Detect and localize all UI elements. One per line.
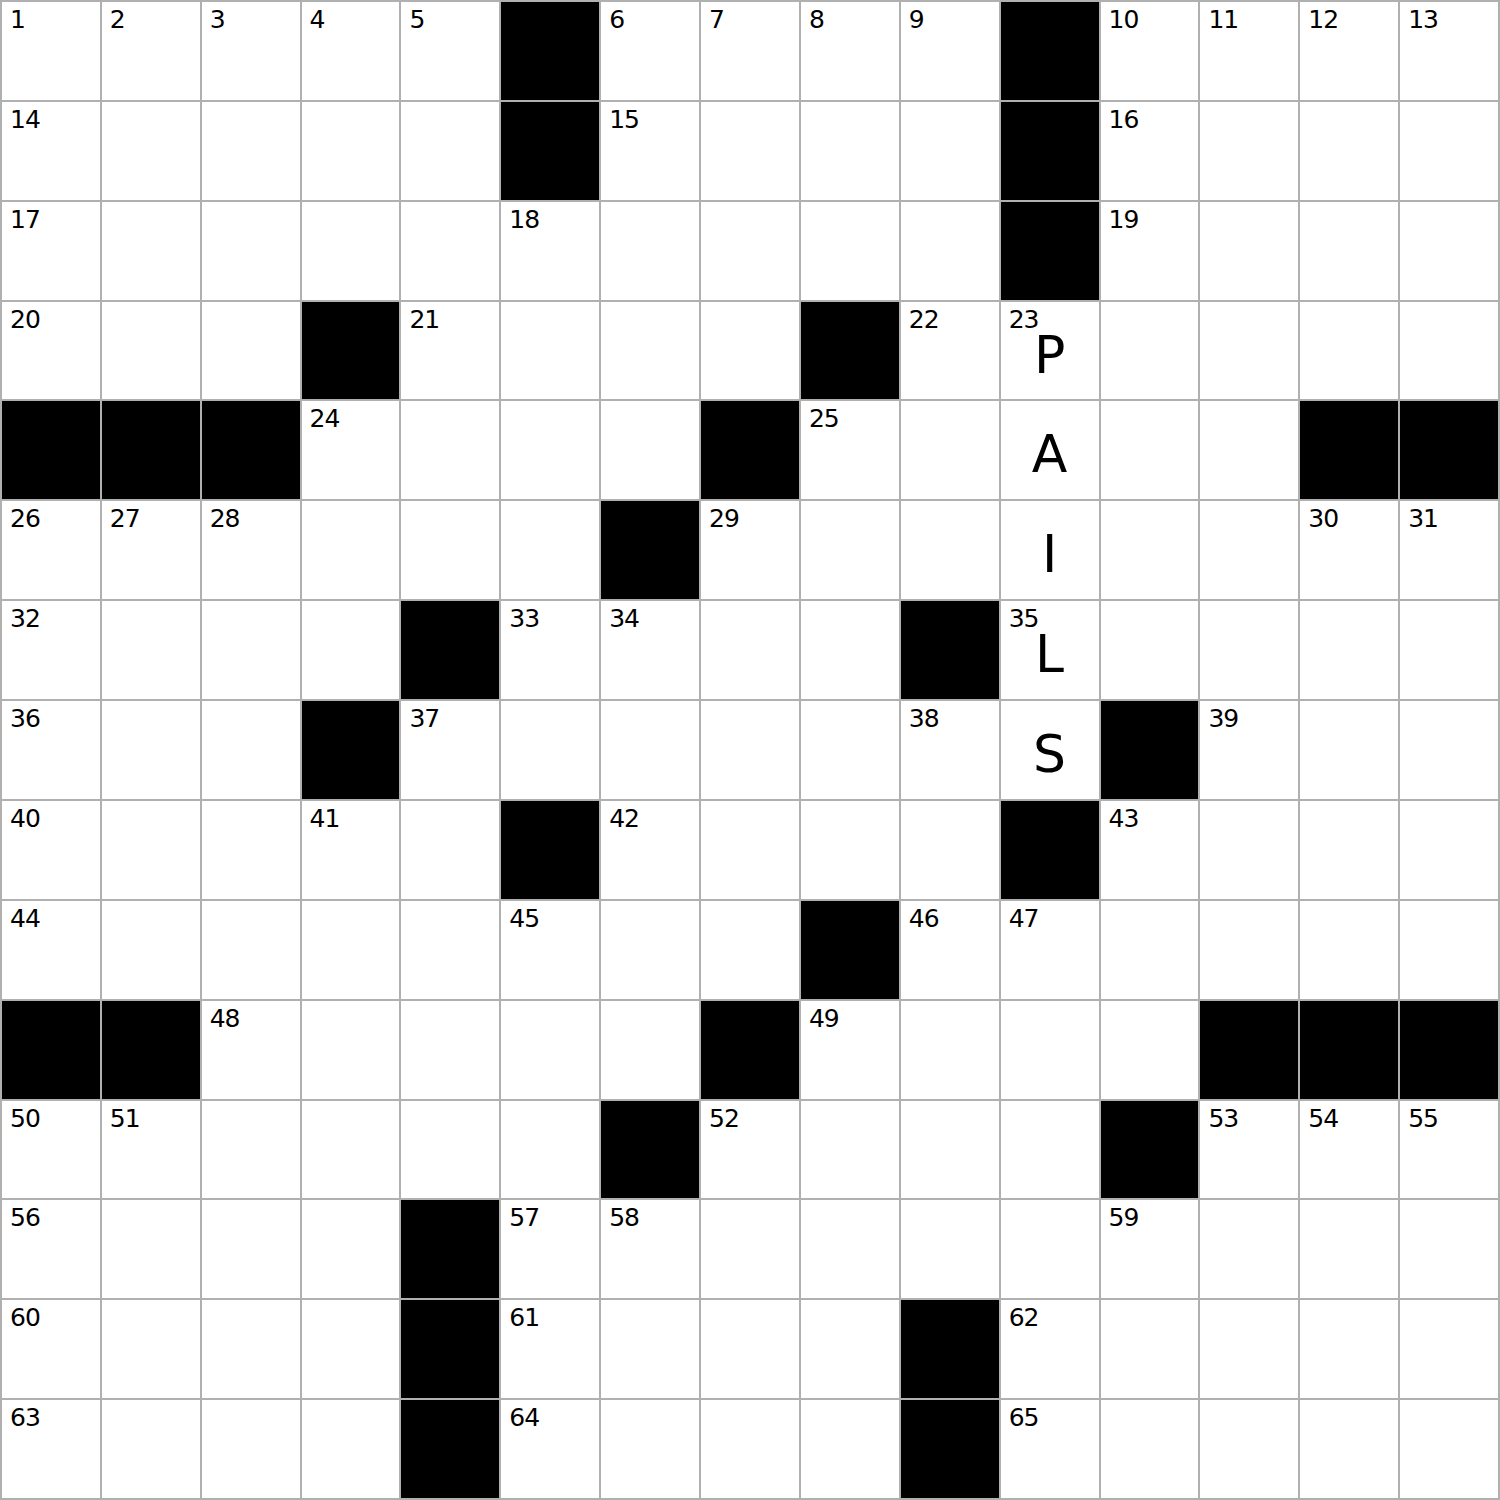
cell-r11c2[interactable] [202, 1101, 302, 1201]
cell-r6c11[interactable] [1101, 601, 1201, 701]
clue-number: 61 [509, 1304, 539, 1332]
cell-r3c9[interactable]: 22 [901, 302, 1001, 402]
clue-number: 19 [1109, 206, 1139, 234]
cell-r2c12[interactable] [1200, 202, 1300, 302]
black-square-r4c0 [2, 401, 102, 501]
clue-number: 50 [10, 1105, 40, 1133]
clue-number: 53 [1208, 1105, 1238, 1133]
cell-letter: I [1001, 501, 1099, 599]
black-square-r7c11 [1101, 701, 1201, 801]
clue-number: 43 [1109, 805, 1139, 833]
cell-r14c8[interactable] [801, 1400, 901, 1500]
clue-number: 40 [10, 805, 40, 833]
cell-r5c14[interactable]: 31 [1400, 501, 1500, 601]
cell-r5c12[interactable] [1200, 501, 1300, 601]
cell-r5c8[interactable] [801, 501, 901, 601]
cell-r14c13[interactable] [1300, 1400, 1400, 1500]
clue-number: 24 [310, 405, 340, 433]
cell-r3c12[interactable] [1200, 302, 1300, 402]
cell-r11c5[interactable] [501, 1101, 601, 1201]
black-square-r2c10 [1001, 202, 1101, 302]
cell-r0c9[interactable]: 9 [901, 2, 1001, 102]
clue-number: 39 [1208, 705, 1238, 733]
cell-r6c0[interactable]: 32 [2, 601, 102, 701]
clue-number: 47 [1009, 905, 1039, 933]
cell-r14c11[interactable] [1101, 1400, 1201, 1500]
cell-r0c11[interactable]: 10 [1101, 2, 1201, 102]
cell-r10c11[interactable] [1101, 1001, 1201, 1101]
cell-r13c7[interactable] [701, 1300, 801, 1400]
cell-r9c6[interactable] [601, 901, 701, 1001]
cell-r2c3[interactable] [302, 202, 402, 302]
cell-r11c12[interactable]: 53 [1200, 1101, 1300, 1201]
cell-r5c9[interactable] [901, 501, 1001, 601]
cell-r1c14[interactable] [1400, 102, 1500, 202]
cell-r2c8[interactable] [801, 202, 901, 302]
cell-r1c8[interactable] [801, 102, 901, 202]
clue-number: 3 [210, 6, 225, 34]
cell-r1c4[interactable] [401, 102, 501, 202]
clue-number: 56 [10, 1204, 40, 1232]
cell-r0c0[interactable]: 1 [2, 2, 102, 102]
cell-r6c12[interactable] [1200, 601, 1300, 701]
clue-number: 34 [609, 605, 639, 633]
cell-r11c14[interactable]: 55 [1400, 1101, 1500, 1201]
cell-r14c10[interactable]: 65 [1001, 1400, 1101, 1500]
black-square-r4c14 [1400, 401, 1500, 501]
cell-r9c10[interactable]: 47 [1001, 901, 1101, 1001]
cell-r11c7[interactable]: 52 [701, 1101, 801, 1201]
cell-r4c5[interactable] [501, 401, 601, 501]
clue-number: 65 [1009, 1404, 1039, 1432]
cell-r3c1[interactable] [102, 302, 202, 402]
cell-r0c4[interactable]: 5 [401, 2, 501, 102]
black-square-r14c4 [401, 1400, 501, 1500]
cell-r12c5[interactable]: 57 [501, 1200, 601, 1300]
cell-r4c4[interactable] [401, 401, 501, 501]
clue-number: 2 [110, 6, 125, 34]
black-square-r9c8 [801, 901, 901, 1001]
cell-r9c9[interactable]: 46 [901, 901, 1001, 1001]
cell-r2c1[interactable] [102, 202, 202, 302]
cell-r8c13[interactable] [1300, 801, 1400, 901]
black-square-r3c8 [801, 302, 901, 402]
cell-r9c13[interactable] [1300, 901, 1400, 1001]
cell-r8c0[interactable]: 40 [2, 801, 102, 901]
cell-r5c3[interactable] [302, 501, 402, 601]
clue-number: 22 [909, 306, 939, 334]
cell-r5c5[interactable] [501, 501, 601, 601]
cell-r5c2[interactable]: 28 [202, 501, 302, 601]
clue-number: 29 [709, 505, 739, 533]
cell-r7c0[interactable]: 36 [2, 701, 102, 801]
clue-number: 12 [1308, 6, 1338, 34]
clue-number: 51 [110, 1105, 140, 1133]
clue-number: 4 [310, 6, 325, 34]
clue-number: 38 [909, 705, 939, 733]
black-square-r3c3 [302, 302, 402, 402]
cell-r9c2[interactable] [202, 901, 302, 1001]
cell-r1c12[interactable] [1200, 102, 1300, 202]
cell-r8c7[interactable] [701, 801, 801, 901]
cell-r5c1[interactable]: 27 [102, 501, 202, 601]
clue-number: 32 [10, 605, 40, 633]
cell-r13c0[interactable]: 60 [2, 1300, 102, 1400]
cell-r7c14[interactable] [1400, 701, 1500, 801]
cell-r9c12[interactable] [1200, 901, 1300, 1001]
clue-number: 62 [1009, 1304, 1039, 1332]
cell-r3c10[interactable]: 23P [1001, 302, 1101, 402]
cell-r2c4[interactable] [401, 202, 501, 302]
clue-number: 5 [409, 6, 424, 34]
cell-r1c9[interactable] [901, 102, 1001, 202]
cell-letter: S [1001, 701, 1099, 799]
black-square-r4c13 [1300, 401, 1400, 501]
cell-r9c14[interactable] [1400, 901, 1500, 1001]
cell-r13c14[interactable] [1400, 1300, 1500, 1400]
cell-r4c6[interactable] [601, 401, 701, 501]
clue-number: 33 [509, 605, 539, 633]
cell-r4c3[interactable]: 24 [302, 401, 402, 501]
cell-r5c4[interactable] [401, 501, 501, 601]
black-square-r4c2 [202, 401, 302, 501]
cell-r12c3[interactable] [302, 1200, 402, 1300]
clue-number: 20 [10, 306, 40, 334]
cell-r12c0[interactable]: 56 [2, 1200, 102, 1300]
cell-r13c13[interactable] [1300, 1300, 1400, 1400]
cell-r11c0[interactable]: 50 [2, 1101, 102, 1201]
cell-r2c11[interactable]: 19 [1101, 202, 1201, 302]
cell-r3c14[interactable] [1400, 302, 1500, 402]
cell-r8c9[interactable] [901, 801, 1001, 901]
crossword-grid: 1234567891011121314151617181920212223P24… [0, 0, 1500, 1500]
cell-r8c11[interactable]: 43 [1101, 801, 1201, 901]
black-square-r13c9 [901, 1300, 1001, 1400]
cell-r3c7[interactable] [701, 302, 801, 402]
cell-r7c8[interactable] [801, 701, 901, 801]
black-square-r11c11 [1101, 1101, 1201, 1201]
cell-r14c7[interactable] [701, 1400, 801, 1500]
cell-r10c8[interactable]: 49 [801, 1001, 901, 1101]
clue-number: 46 [909, 905, 939, 933]
cell-r13c3[interactable] [302, 1300, 402, 1400]
cell-r7c9[interactable]: 38 [901, 701, 1001, 801]
cell-r1c6[interactable]: 15 [601, 102, 701, 202]
cell-letter: P [1001, 302, 1099, 400]
cell-r3c11[interactable] [1101, 302, 1201, 402]
cell-r6c7[interactable] [701, 601, 801, 701]
cell-r14c5[interactable]: 64 [501, 1400, 601, 1500]
cell-r11c10[interactable] [1001, 1101, 1101, 1201]
clue-number: 36 [10, 705, 40, 733]
clue-number: 8 [809, 6, 824, 34]
black-square-r0c10 [1001, 2, 1101, 102]
clue-number: 57 [509, 1204, 539, 1232]
cell-r12c9[interactable] [901, 1200, 1001, 1300]
cell-r7c4[interactable]: 37 [401, 701, 501, 801]
cell-r0c13[interactable]: 12 [1300, 2, 1400, 102]
cell-r11c3[interactable] [302, 1101, 402, 1201]
cell-r3c2[interactable] [202, 302, 302, 402]
black-square-r12c4 [401, 1200, 501, 1300]
clue-number: 16 [1109, 106, 1139, 134]
cell-r5c13[interactable]: 30 [1300, 501, 1400, 601]
clue-number: 6 [609, 6, 624, 34]
cell-r2c2[interactable] [202, 202, 302, 302]
cell-r12c1[interactable] [102, 1200, 202, 1300]
cell-r1c7[interactable] [701, 102, 801, 202]
cell-r1c3[interactable] [302, 102, 402, 202]
cell-r7c1[interactable] [102, 701, 202, 801]
clue-number: 27 [110, 505, 140, 533]
cell-r14c1[interactable] [102, 1400, 202, 1500]
black-square-r0c5 [501, 2, 601, 102]
cell-r9c3[interactable] [302, 901, 402, 1001]
cell-r2c9[interactable] [901, 202, 1001, 302]
cell-r4c12[interactable] [1200, 401, 1300, 501]
cell-r0c1[interactable]: 2 [102, 2, 202, 102]
clue-number: 63 [10, 1404, 40, 1432]
clue-number: 58 [609, 1204, 639, 1232]
cell-r13c1[interactable] [102, 1300, 202, 1400]
cell-r3c6[interactable] [601, 302, 701, 402]
clue-number: 49 [809, 1005, 839, 1033]
clue-number: 59 [1109, 1204, 1139, 1232]
cell-r11c4[interactable] [401, 1101, 501, 1201]
black-square-r6c9 [901, 601, 1001, 701]
cell-r0c14[interactable]: 13 [1400, 2, 1500, 102]
clue-number: 41 [310, 805, 340, 833]
cell-r13c2[interactable] [202, 1300, 302, 1400]
cell-r12c8[interactable] [801, 1200, 901, 1300]
black-square-r4c7 [701, 401, 801, 501]
clue-number: 44 [10, 905, 40, 933]
cell-r8c3[interactable]: 41 [302, 801, 402, 901]
black-square-r10c14 [1400, 1001, 1500, 1101]
cell-r12c10[interactable] [1001, 1200, 1101, 1300]
cell-r13c5[interactable]: 61 [501, 1300, 601, 1400]
cell-r14c14[interactable] [1400, 1400, 1500, 1500]
cell-r5c10[interactable]: I [1001, 501, 1101, 601]
clue-number: 48 [210, 1005, 240, 1033]
clue-number: 9 [909, 6, 924, 34]
cell-r8c8[interactable] [801, 801, 901, 901]
black-square-r8c5 [501, 801, 601, 901]
cell-r0c6[interactable]: 6 [601, 2, 701, 102]
clue-number: 64 [509, 1404, 539, 1432]
clue-number: 21 [409, 306, 439, 334]
cell-r4c9[interactable] [901, 401, 1001, 501]
clue-number: 18 [509, 206, 539, 234]
cell-r6c14[interactable] [1400, 601, 1500, 701]
cell-r2c5[interactable]: 18 [501, 202, 601, 302]
cell-r12c12[interactable] [1200, 1200, 1300, 1300]
cell-r11c9[interactable] [901, 1101, 1001, 1201]
cell-r3c4[interactable]: 21 [401, 302, 501, 402]
clue-number: 26 [10, 505, 40, 533]
black-square-r1c10 [1001, 102, 1101, 202]
clue-number: 55 [1408, 1105, 1438, 1133]
clue-number: 54 [1308, 1105, 1338, 1133]
cell-r7c6[interactable] [601, 701, 701, 801]
black-square-r8c10 [1001, 801, 1101, 901]
cell-r8c1[interactable] [102, 801, 202, 901]
cell-r3c5[interactable] [501, 302, 601, 402]
cell-r13c6[interactable] [601, 1300, 701, 1400]
cell-r7c7[interactable] [701, 701, 801, 801]
cell-r9c0[interactable]: 44 [2, 901, 102, 1001]
cell-r6c6[interactable]: 34 [601, 601, 701, 701]
cell-r7c13[interactable] [1300, 701, 1400, 801]
cell-r1c1[interactable] [102, 102, 202, 202]
cell-r9c4[interactable] [401, 901, 501, 1001]
cell-r14c2[interactable] [202, 1400, 302, 1500]
cell-r14c0[interactable]: 63 [2, 1400, 102, 1500]
black-square-r10c13 [1300, 1001, 1400, 1101]
black-square-r10c7 [701, 1001, 801, 1101]
cell-r10c3[interactable] [302, 1001, 402, 1101]
cell-r6c13[interactable] [1300, 601, 1400, 701]
cell-r9c5[interactable]: 45 [501, 901, 601, 1001]
cell-r3c13[interactable] [1300, 302, 1400, 402]
clue-number: 10 [1109, 6, 1139, 34]
clue-number: 15 [609, 106, 639, 134]
cell-r1c0[interactable]: 14 [2, 102, 102, 202]
cell-r12c6[interactable]: 58 [601, 1200, 701, 1300]
cell-r6c10[interactable]: 35L [1001, 601, 1101, 701]
clue-number: 28 [210, 505, 240, 533]
cell-r7c2[interactable] [202, 701, 302, 801]
cell-r4c10[interactable]: A [1001, 401, 1101, 501]
clue-number: 30 [1308, 505, 1338, 533]
cell-r0c12[interactable]: 11 [1200, 2, 1300, 102]
cell-r10c10[interactable] [1001, 1001, 1101, 1101]
cell-r14c3[interactable] [302, 1400, 402, 1500]
cell-r10c5[interactable] [501, 1001, 601, 1101]
cell-letter: A [1001, 401, 1099, 499]
cell-r8c4[interactable] [401, 801, 501, 901]
cell-r0c3[interactable]: 4 [302, 2, 402, 102]
black-square-r13c4 [401, 1300, 501, 1400]
cell-r10c2[interactable]: 48 [202, 1001, 302, 1101]
clue-number: 11 [1208, 6, 1238, 34]
cell-r7c12[interactable]: 39 [1200, 701, 1300, 801]
cell-r9c1[interactable] [102, 901, 202, 1001]
cell-r3c0[interactable]: 20 [2, 302, 102, 402]
cell-r13c8[interactable] [801, 1300, 901, 1400]
cell-r9c11[interactable] [1101, 901, 1201, 1001]
black-square-r4c1 [102, 401, 202, 501]
clue-number: 17 [10, 206, 40, 234]
clue-number: 1 [10, 6, 25, 34]
clue-number: 60 [10, 1304, 40, 1332]
cell-r11c13[interactable]: 54 [1300, 1101, 1400, 1201]
clue-number: 7 [709, 6, 724, 34]
cell-r4c8[interactable]: 25 [801, 401, 901, 501]
cell-r0c8[interactable]: 8 [801, 2, 901, 102]
cell-r10c4[interactable] [401, 1001, 501, 1101]
cell-r2c0[interactable]: 17 [2, 202, 102, 302]
clue-number: 25 [809, 405, 839, 433]
cell-r13c12[interactable] [1200, 1300, 1300, 1400]
cell-r1c11[interactable]: 16 [1101, 102, 1201, 202]
cell-r11c8[interactable] [801, 1101, 901, 1201]
cell-r6c8[interactable] [801, 601, 901, 701]
cell-r14c6[interactable] [601, 1400, 701, 1500]
black-square-r5c6 [601, 501, 701, 601]
cell-r12c14[interactable] [1400, 1200, 1500, 1300]
cell-r6c3[interactable] [302, 601, 402, 701]
cell-r13c10[interactable]: 62 [1001, 1300, 1101, 1400]
cell-r0c2[interactable]: 3 [202, 2, 302, 102]
cell-r10c6[interactable] [601, 1001, 701, 1101]
black-square-r6c4 [401, 601, 501, 701]
clue-number: 37 [409, 705, 439, 733]
cell-r5c7[interactable]: 29 [701, 501, 801, 601]
cell-r12c13[interactable] [1300, 1200, 1400, 1300]
cell-r6c5[interactable]: 33 [501, 601, 601, 701]
cell-r13c11[interactable] [1101, 1300, 1201, 1400]
cell-r12c7[interactable] [701, 1200, 801, 1300]
cell-r11c1[interactable]: 51 [102, 1101, 202, 1201]
clue-number: 45 [509, 905, 539, 933]
cell-r7c10[interactable]: S [1001, 701, 1101, 801]
black-square-r10c12 [1200, 1001, 1300, 1101]
cell-r12c11[interactable]: 59 [1101, 1200, 1201, 1300]
cell-r0c7[interactable]: 7 [701, 2, 801, 102]
cell-r1c2[interactable] [202, 102, 302, 202]
clue-number: 13 [1408, 6, 1438, 34]
cell-r8c6[interactable]: 42 [601, 801, 701, 901]
clue-number: 52 [709, 1105, 739, 1133]
cell-r1c13[interactable] [1300, 102, 1400, 202]
clue-number: 42 [609, 805, 639, 833]
cell-r8c14[interactable] [1400, 801, 1500, 901]
black-square-r11c6 [601, 1101, 701, 1201]
cell-r4c11[interactable] [1101, 401, 1201, 501]
cell-r12c2[interactable] [202, 1200, 302, 1300]
cell-r8c12[interactable] [1200, 801, 1300, 901]
cell-r2c14[interactable] [1400, 202, 1500, 302]
cell-r10c9[interactable] [901, 1001, 1001, 1101]
cell-r7c5[interactable] [501, 701, 601, 801]
cell-r2c7[interactable] [701, 202, 801, 302]
cell-r5c11[interactable] [1101, 501, 1201, 601]
cell-r2c13[interactable] [1300, 202, 1400, 302]
clue-number: 14 [10, 106, 40, 134]
black-square-r10c1 [102, 1001, 202, 1101]
cell-r2c6[interactable] [601, 202, 701, 302]
black-square-r1c5 [501, 102, 601, 202]
clue-number: 31 [1408, 505, 1438, 533]
cell-r6c1[interactable] [102, 601, 202, 701]
black-square-r10c0 [2, 1001, 102, 1101]
cell-r8c2[interactable] [202, 801, 302, 901]
black-square-r7c3 [302, 701, 402, 801]
cell-r5c0[interactable]: 26 [2, 501, 102, 601]
cell-letter: L [1001, 601, 1099, 699]
cell-r9c7[interactable] [701, 901, 801, 1001]
black-square-r14c9 [901, 1400, 1001, 1500]
cell-r14c12[interactable] [1200, 1400, 1300, 1500]
cell-r6c2[interactable] [202, 601, 302, 701]
